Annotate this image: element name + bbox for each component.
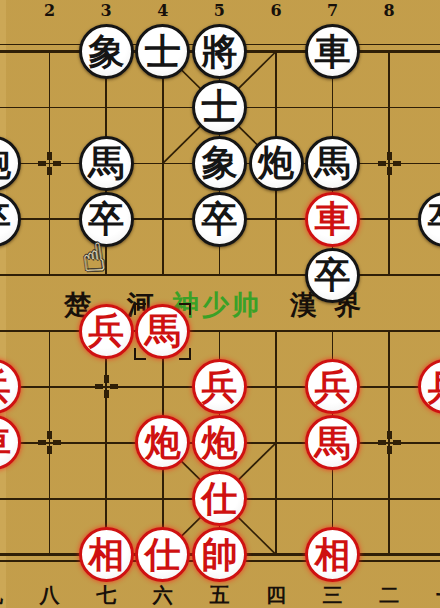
piece-black-advisor[interactable]: 士 (135, 24, 190, 79)
piece-red-horse[interactable]: 馬 (135, 304, 190, 359)
piece-black-horse[interactable]: 馬 (305, 136, 360, 191)
piece-black-soldier[interactable]: 卒 (192, 192, 247, 247)
piece-black-elephant[interactable]: 象 (79, 24, 134, 79)
piece-black-general[interactable]: 將 (192, 24, 247, 79)
piece-black-elephant[interactable]: 象 (192, 136, 247, 191)
piece-black-advisor[interactable]: 士 (192, 80, 247, 135)
piece-black-chariot[interactable]: 車 (305, 24, 360, 79)
xiangqi-board[interactable]: 123456789九八七六五四三二一 楚河 神少帅 漢界 象士將車士炮馬象炮馬卒… (0, 0, 440, 608)
piece-red-elephant[interactable]: 相 (79, 527, 134, 582)
piece-black-horse[interactable]: 馬 (79, 136, 134, 191)
piece-red-elephant[interactable]: 相 (305, 527, 360, 582)
piece-black-cannon[interactable]: 炮 (249, 136, 304, 191)
piece-red-chariot[interactable]: 車 (305, 192, 360, 247)
piece-red-advisor[interactable]: 仕 (192, 471, 247, 526)
piece-red-soldier[interactable]: 兵 (192, 359, 247, 414)
piece-red-soldier[interactable]: 兵 (79, 304, 134, 359)
piece-red-general[interactable]: 帥 (192, 527, 247, 582)
piece-red-cannon[interactable]: 炮 (192, 415, 247, 470)
piece-black-soldier[interactable]: 卒 (305, 248, 360, 303)
